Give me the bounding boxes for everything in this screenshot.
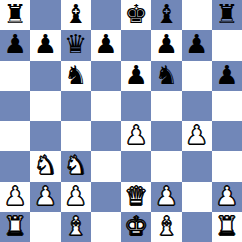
square-a5[interactable]: [0, 91, 30, 121]
square-g6[interactable]: [182, 61, 212, 91]
square-g2[interactable]: [182, 182, 212, 212]
piece-white-bishop[interactable]: ♝: [64, 213, 87, 239]
square-g3[interactable]: [182, 151, 212, 181]
piece-black-pawn[interactable]: ♟: [3, 31, 26, 57]
square-d4[interactable]: [91, 121, 121, 151]
square-h1[interactable]: ♜: [212, 212, 242, 242]
square-d8[interactable]: [91, 0, 121, 30]
square-c6[interactable]: ♞: [61, 61, 91, 91]
square-c8[interactable]: ♝: [61, 0, 91, 30]
square-h2[interactable]: ♟: [212, 182, 242, 212]
piece-black-king[interactable]: ♚: [124, 1, 147, 27]
square-c4[interactable]: [61, 121, 91, 151]
chess-board: ♜♝♚♝♜♟♟♛♟♟♟♞♟♞♟♟♟♞♞♟♟♟♛♟♟♜♝♚♝♜: [0, 0, 242, 242]
square-f1[interactable]: ♝: [151, 212, 181, 242]
square-a1[interactable]: ♜: [0, 212, 30, 242]
piece-white-pawn[interactable]: ♟: [124, 122, 147, 148]
square-f8[interactable]: ♝: [151, 0, 181, 30]
square-c7[interactable]: ♛: [61, 30, 91, 60]
piece-black-pawn[interactable]: ♟: [215, 62, 238, 88]
square-f7[interactable]: ♟: [151, 30, 181, 60]
square-h3[interactable]: [212, 151, 242, 181]
piece-white-pawn[interactable]: ♟: [3, 183, 26, 209]
piece-white-knight[interactable]: ♞: [64, 152, 87, 178]
square-d5[interactable]: [91, 91, 121, 121]
square-f4[interactable]: [151, 121, 181, 151]
piece-white-knight[interactable]: ♞: [34, 152, 57, 178]
square-g5[interactable]: [182, 91, 212, 121]
square-e4[interactable]: ♟: [121, 121, 151, 151]
square-a2[interactable]: ♟: [0, 182, 30, 212]
square-a8[interactable]: ♜: [0, 0, 30, 30]
square-h7[interactable]: [212, 30, 242, 60]
square-c3[interactable]: ♞: [61, 151, 91, 181]
piece-white-pawn[interactable]: ♟: [34, 183, 57, 209]
piece-white-bishop[interactable]: ♝: [155, 213, 178, 239]
piece-white-queen[interactable]: ♛: [124, 183, 147, 209]
square-d1[interactable]: [91, 212, 121, 242]
square-h4[interactable]: [212, 121, 242, 151]
square-d2[interactable]: [91, 182, 121, 212]
square-e6[interactable]: ♟: [121, 61, 151, 91]
piece-black-queen[interactable]: ♛: [64, 31, 87, 57]
piece-black-pawn[interactable]: ♟: [124, 62, 147, 88]
piece-white-pawn[interactable]: ♟: [155, 183, 178, 209]
square-f2[interactable]: ♟: [151, 182, 181, 212]
square-e8[interactable]: ♚: [121, 0, 151, 30]
square-d6[interactable]: [91, 61, 121, 91]
square-h6[interactable]: ♟: [212, 61, 242, 91]
square-b3[interactable]: ♞: [30, 151, 60, 181]
square-b1[interactable]: [30, 212, 60, 242]
piece-white-pawn[interactable]: ♟: [185, 122, 208, 148]
square-c5[interactable]: [61, 91, 91, 121]
square-a4[interactable]: [0, 121, 30, 151]
piece-black-bishop[interactable]: ♝: [155, 1, 178, 27]
square-a6[interactable]: [0, 61, 30, 91]
square-h5[interactable]: [212, 91, 242, 121]
square-c2[interactable]: ♟: [61, 182, 91, 212]
piece-white-king[interactable]: ♚: [124, 213, 147, 239]
piece-black-pawn[interactable]: ♟: [94, 31, 117, 57]
square-e5[interactable]: [121, 91, 151, 121]
piece-black-pawn[interactable]: ♟: [185, 31, 208, 57]
piece-black-rook[interactable]: ♜: [3, 1, 26, 27]
square-g1[interactable]: [182, 212, 212, 242]
square-e2[interactable]: ♛: [121, 182, 151, 212]
square-f5[interactable]: [151, 91, 181, 121]
piece-white-rook[interactable]: ♜: [215, 213, 238, 239]
square-g8[interactable]: [182, 0, 212, 30]
piece-black-pawn[interactable]: ♟: [34, 31, 57, 57]
piece-black-knight[interactable]: ♞: [155, 62, 178, 88]
square-g4[interactable]: ♟: [182, 121, 212, 151]
piece-black-knight[interactable]: ♞: [64, 62, 87, 88]
square-e3[interactable]: [121, 151, 151, 181]
piece-black-pawn[interactable]: ♟: [155, 31, 178, 57]
square-a3[interactable]: [0, 151, 30, 181]
square-g7[interactable]: ♟: [182, 30, 212, 60]
square-a7[interactable]: ♟: [0, 30, 30, 60]
square-e1[interactable]: ♚: [121, 212, 151, 242]
square-f3[interactable]: [151, 151, 181, 181]
piece-white-rook[interactable]: ♜: [3, 213, 26, 239]
square-e7[interactable]: [121, 30, 151, 60]
square-b4[interactable]: [30, 121, 60, 151]
piece-white-pawn[interactable]: ♟: [64, 183, 87, 209]
piece-white-pawn[interactable]: ♟: [215, 183, 238, 209]
square-b6[interactable]: [30, 61, 60, 91]
square-b8[interactable]: [30, 0, 60, 30]
square-b2[interactable]: ♟: [30, 182, 60, 212]
piece-black-rook[interactable]: ♜: [215, 1, 238, 27]
piece-black-bishop[interactable]: ♝: [64, 1, 87, 27]
square-b7[interactable]: ♟: [30, 30, 60, 60]
square-d3[interactable]: [91, 151, 121, 181]
square-b5[interactable]: [30, 91, 60, 121]
square-f6[interactable]: ♞: [151, 61, 181, 91]
square-c1[interactable]: ♝: [61, 212, 91, 242]
square-d7[interactable]: ♟: [91, 30, 121, 60]
square-h8[interactable]: ♜: [212, 0, 242, 30]
